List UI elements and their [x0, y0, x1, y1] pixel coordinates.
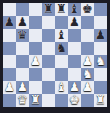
black-pawn-piece[interactable]: ♟ — [95, 29, 106, 42]
square-f7[interactable]: ♟ — [68, 16, 81, 29]
black-rook-piece[interactable]: ♜ — [56, 3, 67, 16]
square-a2[interactable]: ♟ — [3, 81, 16, 94]
black-king-piece[interactable]: ♚ — [82, 3, 93, 16]
square-a4[interactable] — [3, 55, 16, 68]
square-d6[interactable] — [42, 29, 55, 42]
square-b6[interactable]: ♛ — [16, 29, 29, 42]
square-d3[interactable] — [42, 68, 55, 81]
square-d8[interactable]: ♜ — [42, 3, 55, 16]
square-d1[interactable] — [42, 94, 55, 107]
chess-board: ♜♜♝♚♟♟♟♛♝♟♞♟♟♞♞♟♟♝♟♟♛♜♚♜ — [3, 3, 107, 107]
white-pawn-piece[interactable]: ♟ — [4, 81, 15, 94]
white-rook-piece[interactable]: ♜ — [30, 94, 41, 107]
white-king-piece[interactable]: ♚ — [69, 94, 80, 107]
white-pawn-piece[interactable]: ♟ — [30, 55, 41, 68]
black-queen-piece[interactable]: ♛ — [17, 29, 28, 42]
black-pawn-piece[interactable]: ♟ — [69, 16, 80, 29]
square-h6[interactable]: ♟ — [94, 29, 107, 42]
square-d5[interactable] — [42, 42, 55, 55]
square-c3[interactable] — [29, 68, 42, 81]
square-f4[interactable] — [68, 55, 81, 68]
square-a5[interactable] — [3, 42, 16, 55]
square-c7[interactable] — [29, 16, 42, 29]
square-c4[interactable]: ♟ — [29, 55, 42, 68]
square-g7[interactable] — [81, 16, 94, 29]
square-e8[interactable]: ♜ — [55, 3, 68, 16]
white-pawn-piece[interactable]: ♟ — [82, 81, 93, 94]
square-b4[interactable] — [16, 55, 29, 68]
square-h1[interactable]: ♜ — [94, 94, 107, 107]
square-h4[interactable]: ♞ — [94, 55, 107, 68]
white-knight-piece[interactable]: ♞ — [95, 55, 106, 68]
square-e1[interactable] — [55, 94, 68, 107]
square-e4[interactable] — [55, 55, 68, 68]
square-g8[interactable]: ♚ — [81, 3, 94, 16]
square-h3[interactable] — [94, 68, 107, 81]
square-a7[interactable]: ♟ — [3, 16, 16, 29]
white-rook-piece[interactable]: ♜ — [95, 94, 106, 107]
square-d7[interactable] — [42, 16, 55, 29]
square-c6[interactable] — [29, 29, 42, 42]
square-e5[interactable]: ♞ — [55, 42, 68, 55]
black-rook-piece[interactable]: ♜ — [43, 3, 54, 16]
black-pawn-piece[interactable]: ♟ — [4, 16, 15, 29]
square-d2[interactable] — [42, 81, 55, 94]
black-knight-piece[interactable]: ♞ — [56, 42, 67, 55]
square-f5[interactable] — [68, 42, 81, 55]
square-b1[interactable]: ♛ — [16, 94, 29, 107]
square-g6[interactable] — [81, 29, 94, 42]
square-f6[interactable] — [68, 29, 81, 42]
square-g2[interactable]: ♟ — [81, 81, 94, 94]
square-c8[interactable] — [29, 3, 42, 16]
white-queen-piece[interactable]: ♛ — [17, 94, 28, 107]
square-h8[interactable] — [94, 3, 107, 16]
square-a1[interactable] — [3, 94, 16, 107]
square-d4[interactable] — [42, 55, 55, 68]
square-a6[interactable] — [3, 29, 16, 42]
square-e2[interactable]: ♝ — [55, 81, 68, 94]
square-c1[interactable]: ♜ — [29, 94, 42, 107]
square-b5[interactable] — [16, 42, 29, 55]
square-g1[interactable] — [81, 94, 94, 107]
square-f1[interactable]: ♚ — [68, 94, 81, 107]
white-bishop-piece[interactable]: ♝ — [56, 81, 67, 94]
